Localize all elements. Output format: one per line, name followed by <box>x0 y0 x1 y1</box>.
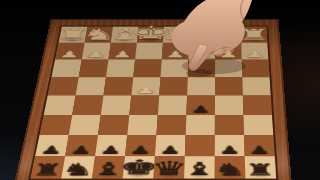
piece-shadow <box>159 149 180 156</box>
piece-shadow <box>136 89 156 95</box>
piece-shadow <box>59 53 79 58</box>
chess-board: ♜♞♝♚♛♝♞♜♟♟♟♟♟♟♟♟♟♟♟♟♟♟♟♟♜♞♝♚♛♝♞♜ <box>31 27 276 179</box>
piece-shadow <box>63 37 82 42</box>
square-b5 <box>215 96 244 115</box>
white-pawn-e4: ♟ <box>136 86 156 95</box>
square-g2: ♟ <box>82 43 111 60</box>
square-c1: ♝ <box>189 27 215 43</box>
square-b7: ♟ <box>215 135 245 156</box>
square-f8: ♝ <box>92 156 125 178</box>
piece-shadow <box>192 53 211 58</box>
piece-shadow <box>97 170 119 177</box>
square-b6 <box>215 115 244 135</box>
square-e3 <box>133 60 162 78</box>
piece-shadow <box>191 108 211 114</box>
square-h1: ♜ <box>59 27 88 43</box>
piece-shadow <box>66 170 89 177</box>
square-d3 <box>161 60 189 78</box>
square-e2 <box>135 43 163 60</box>
square-c2: ♟ <box>188 43 215 60</box>
square-b8: ♞ <box>215 156 246 178</box>
square-b4 <box>215 77 243 95</box>
square-g4 <box>76 77 106 95</box>
square-h6 <box>40 115 73 135</box>
square-h4 <box>48 77 79 95</box>
piece-shadow <box>219 149 240 156</box>
square-d5 <box>158 96 187 115</box>
square-h8: ♜ <box>31 156 66 178</box>
square-a3 <box>242 60 270 78</box>
piece-shadow <box>158 170 180 177</box>
square-a8: ♜ <box>245 156 276 178</box>
square-c8: ♝ <box>184 156 215 178</box>
square-d8: ♛ <box>153 156 185 178</box>
piece-shadow <box>70 149 92 156</box>
square-c4 <box>187 77 215 95</box>
square-a2: ♟ <box>241 43 268 60</box>
piece-shadow <box>127 170 149 177</box>
piece-shadow <box>89 37 108 42</box>
square-b1: ♞ <box>215 27 241 43</box>
square-c6 <box>186 115 215 135</box>
piece-shadow <box>100 149 122 156</box>
square-g3 <box>79 60 109 78</box>
piece-shadow <box>130 149 151 156</box>
square-e8: ♚ <box>123 156 155 178</box>
square-h2: ♟ <box>55 43 85 60</box>
square-a5 <box>243 96 272 115</box>
square-c5: ♟ <box>186 96 215 115</box>
square-b3 <box>215 60 242 78</box>
piece-shadow <box>40 149 62 156</box>
square-f3 <box>106 60 135 78</box>
square-c7 <box>185 135 215 156</box>
piece-shadow <box>249 149 270 156</box>
square-a7: ♟ <box>244 135 275 156</box>
square-d6 <box>156 115 186 135</box>
perspective-wrapper: ♜♞♝♚♛♝♞♜♟♟♟♟♟♟♟♟♟♟♟♟♟♟♟♟♜♞♝♚♛♝♞♜ <box>0 0 320 180</box>
square-d1: ♛ <box>163 27 190 43</box>
piece-shadow <box>115 37 134 42</box>
square-a1: ♜ <box>241 27 268 43</box>
piece-shadow <box>219 37 237 42</box>
square-g8: ♞ <box>61 156 95 178</box>
square-d7: ♟ <box>155 135 186 156</box>
piece-shadow <box>193 37 211 42</box>
square-b2: ♟ <box>215 43 242 60</box>
square-h3 <box>51 60 81 78</box>
square-c3 <box>188 60 215 78</box>
square-f5 <box>101 96 132 115</box>
black-queen-d8: ♛ <box>150 159 188 178</box>
square-f2: ♟ <box>108 43 136 60</box>
square-f7: ♟ <box>95 135 127 156</box>
square-e7: ♟ <box>125 135 156 156</box>
square-e5 <box>129 96 159 115</box>
square-g7: ♟ <box>65 135 98 156</box>
piece-shadow <box>167 37 185 42</box>
chess-board-frame: ♜♞♝♚♛♝♞♜♟♟♟♟♟♟♟♟♟♟♟♟♟♟♟♟♜♞♝♚♛♝♞♜ <box>11 19 293 180</box>
piece-shadow <box>141 37 160 42</box>
piece-shadow <box>245 37 263 42</box>
square-e1: ♚ <box>137 27 164 43</box>
piece-shadow <box>246 53 265 58</box>
square-a6 <box>243 115 273 135</box>
piece-shadow <box>113 53 132 58</box>
square-f6 <box>98 115 129 135</box>
piece-shadow <box>219 53 238 58</box>
square-f4 <box>103 77 133 95</box>
piece-shadow <box>219 170 241 177</box>
piece-shadow <box>250 170 272 177</box>
square-d4 <box>159 77 188 95</box>
square-h5 <box>44 96 76 115</box>
piece-shadow <box>86 53 105 58</box>
square-d2: ♟ <box>162 43 189 60</box>
square-g1: ♞ <box>85 27 113 43</box>
square-g5 <box>72 96 103 115</box>
piece-shadow <box>189 170 211 177</box>
square-h7: ♟ <box>35 135 69 156</box>
piece-shadow <box>35 170 58 177</box>
square-e4: ♟ <box>131 77 160 95</box>
square-e6 <box>127 115 158 135</box>
piece-shadow <box>166 53 185 58</box>
square-g6 <box>69 115 101 135</box>
square-a4 <box>242 77 270 95</box>
square-f1: ♝ <box>111 27 139 43</box>
chess-video-frame: ♜♞♝♚♛♝♞♜♟♟♟♟♟♟♟♟♟♟♟♟♟♟♟♟♜♞♝♚♛♝♞♜ <box>0 0 320 180</box>
